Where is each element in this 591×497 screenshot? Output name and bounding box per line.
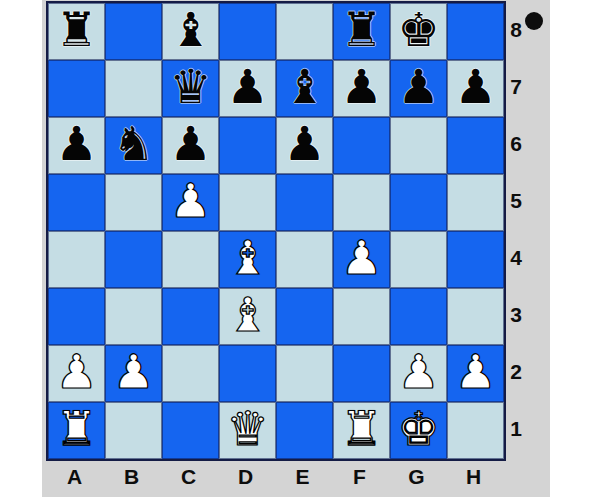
file-label-c: C <box>160 460 217 494</box>
square-d3[interactable]: ♝ <box>219 288 276 345</box>
piece-black-pawn: ♟ <box>340 58 382 115</box>
square-a7[interactable] <box>48 60 105 117</box>
square-e2[interactable] <box>276 345 333 402</box>
piece-white-pawn: ♟ <box>169 172 211 229</box>
square-e1[interactable] <box>276 402 333 459</box>
square-f4[interactable]: ♟ <box>333 231 390 288</box>
square-a6[interactable]: ♟ <box>48 117 105 174</box>
square-f3[interactable] <box>333 288 390 345</box>
square-d5[interactable] <box>219 174 276 231</box>
square-c7[interactable]: ♛ <box>162 60 219 117</box>
square-b8[interactable] <box>105 3 162 60</box>
rank-label-4: 4 <box>503 229 529 286</box>
piece-white-bishop: ♝ <box>226 229 268 286</box>
square-d1[interactable]: ♛ <box>219 402 276 459</box>
piece-black-pawn: ♟ <box>454 58 496 115</box>
piece-black-bishop: ♝ <box>169 1 211 58</box>
piece-white-rook: ♜ <box>340 400 382 457</box>
square-c5[interactable]: ♟ <box>162 174 219 231</box>
file-label-g: G <box>388 460 445 494</box>
piece-black-pawn: ♟ <box>55 115 97 172</box>
piece-white-pawn: ♟ <box>397 343 439 400</box>
square-c3[interactable] <box>162 288 219 345</box>
file-label-a: A <box>46 460 103 494</box>
square-d6[interactable] <box>219 117 276 174</box>
square-f2[interactable] <box>333 345 390 402</box>
square-b5[interactable] <box>105 174 162 231</box>
square-c1[interactable] <box>162 402 219 459</box>
piece-white-rook: ♜ <box>55 400 97 457</box>
piece-white-pawn: ♟ <box>112 343 154 400</box>
square-b2[interactable]: ♟ <box>105 345 162 402</box>
square-h1[interactable] <box>447 402 504 459</box>
square-h3[interactable] <box>447 288 504 345</box>
square-h2[interactable]: ♟ <box>447 345 504 402</box>
piece-black-king: ♚ <box>397 1 439 58</box>
square-d4[interactable]: ♝ <box>219 231 276 288</box>
rank-label-2: 2 <box>503 343 529 400</box>
square-a2[interactable]: ♟ <box>48 345 105 402</box>
square-h8[interactable] <box>447 3 504 60</box>
square-f7[interactable]: ♟ <box>333 60 390 117</box>
square-g2[interactable]: ♟ <box>390 345 447 402</box>
chess-board: ♜♝♜♚♛♟♝♟♟♟♟♞♟♟♟♝♟♝♟♟♟♟♜♛♜♚ <box>46 1 506 461</box>
piece-black-knight: ♞ <box>112 115 154 172</box>
file-label-e: E <box>274 460 331 494</box>
piece-black-queen: ♛ <box>169 58 211 115</box>
square-a8[interactable]: ♜ <box>48 3 105 60</box>
square-b6[interactable]: ♞ <box>105 117 162 174</box>
square-d7[interactable]: ♟ <box>219 60 276 117</box>
rank-label-1: 1 <box>503 400 529 457</box>
rank-label-5: 5 <box>503 172 529 229</box>
piece-black-rook: ♜ <box>55 1 97 58</box>
square-e7[interactable]: ♝ <box>276 60 333 117</box>
square-e8[interactable] <box>276 3 333 60</box>
square-f1[interactable]: ♜ <box>333 402 390 459</box>
piece-white-queen: ♛ <box>226 400 268 457</box>
piece-white-king: ♚ <box>397 400 439 457</box>
square-d8[interactable] <box>219 3 276 60</box>
square-g1[interactable]: ♚ <box>390 402 447 459</box>
piece-black-pawn: ♟ <box>169 115 211 172</box>
chess-diagram: ♜♝♜♚♛♟♝♟♟♟♟♞♟♟♟♝♟♝♟♟♟♟♜♛♜♚ 87654321 ABCD… <box>0 0 591 497</box>
square-c4[interactable] <box>162 231 219 288</box>
square-d2[interactable] <box>219 345 276 402</box>
piece-white-bishop: ♝ <box>226 286 268 343</box>
square-c2[interactable] <box>162 345 219 402</box>
square-b4[interactable] <box>105 231 162 288</box>
square-a4[interactable] <box>48 231 105 288</box>
rank-label-6: 6 <box>503 115 529 172</box>
square-g8[interactable]: ♚ <box>390 3 447 60</box>
square-g4[interactable] <box>390 231 447 288</box>
rank-labels: 87654321 <box>503 1 529 457</box>
square-g7[interactable]: ♟ <box>390 60 447 117</box>
rank-label-3: 3 <box>503 286 529 343</box>
piece-black-rook: ♜ <box>340 1 382 58</box>
piece-black-bishop: ♝ <box>283 58 325 115</box>
black-to-move-indicator <box>525 12 543 30</box>
square-c6[interactable]: ♟ <box>162 117 219 174</box>
square-g3[interactable] <box>390 288 447 345</box>
square-e6[interactable]: ♟ <box>276 117 333 174</box>
square-g5[interactable] <box>390 174 447 231</box>
piece-black-pawn: ♟ <box>397 58 439 115</box>
piece-white-pawn: ♟ <box>454 343 496 400</box>
square-c8[interactable]: ♝ <box>162 3 219 60</box>
piece-white-pawn: ♟ <box>340 229 382 286</box>
square-f5[interactable] <box>333 174 390 231</box>
square-f8[interactable]: ♜ <box>333 3 390 60</box>
piece-black-pawn: ♟ <box>226 58 268 115</box>
piece-white-pawn: ♟ <box>55 343 97 400</box>
square-a5[interactable] <box>48 174 105 231</box>
file-label-b: B <box>103 460 160 494</box>
square-e3[interactable] <box>276 288 333 345</box>
square-a3[interactable] <box>48 288 105 345</box>
piece-black-pawn: ♟ <box>283 115 325 172</box>
square-h4[interactable] <box>447 231 504 288</box>
square-h5[interactable] <box>447 174 504 231</box>
square-b7[interactable] <box>105 60 162 117</box>
rank-label-8: 8 <box>503 1 529 58</box>
square-e4[interactable] <box>276 231 333 288</box>
square-b3[interactable] <box>105 288 162 345</box>
square-b1[interactable] <box>105 402 162 459</box>
file-label-f: F <box>331 460 388 494</box>
square-e5[interactable] <box>276 174 333 231</box>
square-h7[interactable]: ♟ <box>447 60 504 117</box>
rank-label-7: 7 <box>503 58 529 115</box>
square-h6[interactable] <box>447 117 504 174</box>
file-label-d: D <box>217 460 274 494</box>
file-labels: ABCDEFGH <box>46 460 502 494</box>
square-f6[interactable] <box>333 117 390 174</box>
square-a1[interactable]: ♜ <box>48 402 105 459</box>
square-g6[interactable] <box>390 117 447 174</box>
file-label-h: H <box>445 460 502 494</box>
